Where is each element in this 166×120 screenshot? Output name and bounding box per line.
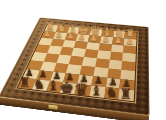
carved-board-frame: ♜♞♝♚♛♝♞♜♟♟♟♟♟♟♟♟♟♟♟♟♟♟♟♟♜♞♝♚♛♝♞♜	[0, 18, 149, 116]
piece-black-knight[interactable]: ♞	[31, 78, 46, 92]
piece-white-pawn[interactable]: ♟	[64, 30, 76, 41]
square[interactable]: ♟	[124, 38, 137, 46]
square[interactable]: ♝	[89, 86, 105, 98]
piece-white-pawn[interactable]: ♟	[76, 31, 88, 42]
piece-black-rook[interactable]: ♜	[119, 87, 134, 101]
piece-white-pawn[interactable]: ♟	[124, 35, 136, 46]
piece-white-pawn[interactable]: ♟	[88, 32, 100, 43]
piece-white-pawn[interactable]: ♟	[53, 29, 65, 40]
piece-white-pawn[interactable]: ♟	[41, 28, 53, 39]
piece-black-king[interactable]: ♚	[60, 81, 75, 95]
square[interactable]: ♞	[104, 87, 120, 99]
brass-clasp	[48, 105, 58, 110]
piece-black-rook[interactable]: ♜	[18, 76, 32, 90]
square[interactable]: ♟	[100, 36, 113, 44]
piece-black-queen[interactable]: ♛	[74, 82, 89, 96]
board-3d-wrapper: ♜♞♝♚♛♝♞♜♟♟♟♟♟♟♟♟♟♟♟♟♟♟♟♟♜♞♝♚♛♝♞♜	[0, 18, 149, 116]
piece-white-pawn[interactable]: ♟	[112, 34, 124, 45]
piece-black-bishop[interactable]: ♝	[46, 79, 61, 93]
chess-set-photo: ♜♞♝♚♛♝♞♜♟♟♟♟♟♟♟♟♟♟♟♟♟♟♟♟♜♞♝♚♛♝♞♜	[0, 0, 166, 120]
piece-black-knight[interactable]: ♞	[104, 86, 119, 100]
square[interactable]: ♜	[119, 89, 135, 102]
piece-black-bishop[interactable]: ♝	[89, 84, 104, 98]
piece-white-pawn[interactable]: ♟	[100, 33, 112, 44]
